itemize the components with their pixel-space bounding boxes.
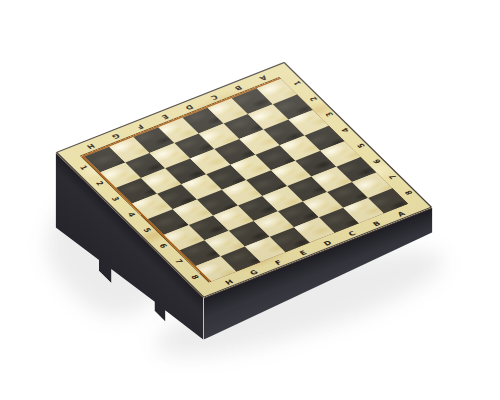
rank-label-right-1: 1 bbox=[292, 80, 303, 86]
rank-label-left-6: 6 bbox=[158, 243, 169, 249]
file-label-top-a: A bbox=[258, 75, 269, 82]
rank-label-right-3: 3 bbox=[324, 111, 335, 117]
file-label-top-e: E bbox=[160, 114, 170, 121]
rank-label-left-8: 8 bbox=[189, 274, 200, 280]
file-label-top-h: H bbox=[85, 143, 96, 150]
rank-label-left-3: 3 bbox=[110, 196, 121, 202]
file-label-bottom-g: G bbox=[249, 269, 260, 276]
rank-label-right-2: 2 bbox=[308, 96, 319, 102]
file-label-bottom-c: C bbox=[347, 230, 357, 237]
file-label-bottom-a: A bbox=[396, 211, 407, 218]
rank-label-left-1: 1 bbox=[78, 165, 89, 171]
rank-label-right-8: 8 bbox=[404, 189, 415, 195]
rank-label-right-7: 7 bbox=[388, 174, 399, 180]
rank-label-left-4: 4 bbox=[126, 212, 137, 218]
file-label-top-c: C bbox=[209, 94, 219, 101]
file-label-bottom-f: F bbox=[274, 259, 284, 266]
chess-board-product-photo: HGFEDCBAHGFEDCBA1234567812345678 bbox=[0, 0, 500, 400]
file-label-top-b: B bbox=[233, 84, 243, 91]
rank-label-left-7: 7 bbox=[173, 258, 184, 264]
file-label-top-f: F bbox=[135, 123, 145, 130]
file-label-bottom-b: B bbox=[372, 220, 382, 227]
rank-label-right-5: 5 bbox=[356, 142, 367, 148]
file-label-bottom-h: H bbox=[224, 279, 235, 286]
file-label-top-g: G bbox=[110, 133, 121, 140]
rank-label-right-4: 4 bbox=[340, 127, 351, 133]
file-label-top-d: D bbox=[184, 104, 195, 111]
rank-label-left-5: 5 bbox=[142, 227, 153, 233]
rank-label-left-2: 2 bbox=[94, 180, 105, 186]
rank-label-right-6: 6 bbox=[372, 158, 383, 164]
file-label-bottom-d: D bbox=[322, 240, 333, 247]
file-label-bottom-e: E bbox=[298, 250, 308, 257]
